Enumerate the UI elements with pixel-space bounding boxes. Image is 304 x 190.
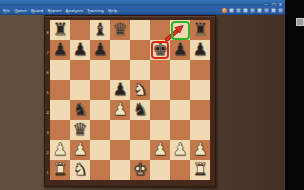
piece-black-pawn[interactable]: ♟ xyxy=(90,40,110,60)
square-d2[interactable] xyxy=(110,140,130,160)
rank-label-8: 8 xyxy=(45,20,50,40)
square-d3[interactable] xyxy=(110,120,130,140)
piece-black-rook[interactable]: ♜ xyxy=(50,20,70,40)
square-g8[interactable] xyxy=(170,20,190,40)
chess-board[interactable]: ♜♝♛♜♟♟♟♚♟♟♟♞♞♟♞♛♟♟♟♟♟♜♞♚♜ xyxy=(50,20,210,180)
piece-white-pawn[interactable]: ♟ xyxy=(70,140,90,160)
menu-help[interactable]: Help xyxy=(108,6,118,15)
square-a1[interactable]: ♜ xyxy=(50,160,70,180)
square-c3[interactable] xyxy=(90,120,110,140)
square-d4[interactable]: ♟ xyxy=(110,100,130,120)
toolbar-icon-8[interactable] xyxy=(278,8,283,13)
square-f8[interactable] xyxy=(150,20,170,40)
piece-white-pawn[interactable]: ♟ xyxy=(170,140,190,160)
square-a4[interactable] xyxy=(50,100,70,120)
toolbar-icon-6[interactable] xyxy=(264,8,269,13)
toolbar-app-logo[interactable] xyxy=(222,8,227,13)
square-e1[interactable]: ♚ xyxy=(130,160,150,180)
file-label-h: H xyxy=(190,180,210,187)
square-b5[interactable] xyxy=(70,80,90,100)
piece-white-rook[interactable]: ♜ xyxy=(190,160,210,180)
square-b4[interactable]: ♞ xyxy=(70,100,90,120)
square-h4[interactable] xyxy=(190,100,210,120)
square-f5[interactable] xyxy=(150,80,170,100)
square-e3[interactable] xyxy=(130,120,150,140)
file-label-d: D xyxy=(110,180,130,187)
piece-white-pawn[interactable]: ♟ xyxy=(110,100,130,120)
square-d7[interactable] xyxy=(110,40,130,60)
square-c7[interactable]: ♟ xyxy=(90,40,110,60)
square-h7[interactable]: ♟ xyxy=(190,40,210,60)
file-label-b: B xyxy=(70,180,90,187)
piece-white-king[interactable]: ♚ xyxy=(130,160,150,180)
close-button[interactable]: × xyxy=(279,2,282,5)
toolbar-icon-4[interactable] xyxy=(250,8,255,13)
toolbar-icon-2[interactable] xyxy=(236,8,241,13)
square-c2[interactable] xyxy=(90,140,110,160)
square-h8[interactable]: ♜ xyxy=(190,20,210,40)
piece-white-pawn[interactable]: ♟ xyxy=(150,140,170,160)
square-g4[interactable] xyxy=(170,100,190,120)
piece-black-pawn[interactable]: ♟ xyxy=(50,40,70,60)
square-a6[interactable] xyxy=(50,60,70,80)
menu-board[interactable]: Board xyxy=(31,6,43,15)
piece-black-king[interactable]: ♚ xyxy=(150,40,170,60)
square-h6[interactable] xyxy=(190,60,210,80)
square-f6[interactable] xyxy=(150,60,170,80)
menu-report[interactable]: Report xyxy=(47,6,61,15)
file-label-a: A xyxy=(50,180,70,187)
desktop-background xyxy=(285,0,304,190)
square-d8[interactable]: ♛ xyxy=(110,20,130,40)
square-d5[interactable]: ♟ xyxy=(110,80,130,100)
piece-black-knight[interactable]: ♞ xyxy=(70,100,90,120)
menu-bar: FileGameBoardReportAnalysisTrainingHelp xyxy=(0,6,285,15)
file-labels: ABCDEFGH xyxy=(50,180,210,187)
toolbar-icon-7[interactable] xyxy=(271,8,276,13)
piece-white-knight[interactable]: ♞ xyxy=(70,160,90,180)
piece-black-knight[interactable]: ♞ xyxy=(130,100,150,120)
piece-black-queen[interactable]: ♛ xyxy=(70,120,90,140)
square-b6[interactable] xyxy=(70,60,90,80)
piece-black-bishop[interactable]: ♝ xyxy=(90,20,110,40)
square-h1[interactable]: ♜ xyxy=(190,160,210,180)
rank-labels: 87654321 xyxy=(45,20,50,180)
square-f3[interactable] xyxy=(150,120,170,140)
piece-white-pawn[interactable]: ♟ xyxy=(50,140,70,160)
app-window: Chess King - Training CT-4 – □ × FileGam… xyxy=(0,0,285,190)
square-e4[interactable]: ♞ xyxy=(130,100,150,120)
maximize-button[interactable]: □ xyxy=(272,2,275,5)
square-d1[interactable] xyxy=(110,160,130,180)
background-window-fragment xyxy=(296,18,304,26)
toolbar-icon-5[interactable] xyxy=(257,8,262,13)
menu-file[interactable]: File xyxy=(3,6,10,15)
piece-white-pawn[interactable]: ♟ xyxy=(190,140,210,160)
rank-label-1: 1 xyxy=(45,160,50,180)
square-b8[interactable] xyxy=(70,20,90,40)
piece-black-pawn[interactable]: ♟ xyxy=(190,40,210,60)
square-b3[interactable]: ♛ xyxy=(70,120,90,140)
piece-white-rook[interactable]: ♜ xyxy=(50,160,70,180)
square-g3[interactable] xyxy=(170,120,190,140)
piece-white-knight[interactable]: ♞ xyxy=(130,80,150,100)
square-b2[interactable]: ♟ xyxy=(70,140,90,160)
chess-board-frame: ♜♝♛♜♟♟♟♚♟♟♟♞♞♟♞♛♟♟♟♟♟♜♞♚♜ 87654321 ABCDE… xyxy=(44,15,216,187)
square-c1[interactable] xyxy=(90,160,110,180)
square-e6[interactable] xyxy=(130,60,150,80)
square-g2[interactable]: ♟ xyxy=(170,140,190,160)
square-e5[interactable]: ♞ xyxy=(130,80,150,100)
file-label-f: F xyxy=(150,180,170,187)
file-label-c: C xyxy=(90,180,110,187)
square-e8[interactable] xyxy=(130,20,150,40)
square-h5[interactable] xyxy=(190,80,210,100)
square-b7[interactable]: ♟ xyxy=(70,40,90,60)
file-label-e: E xyxy=(130,180,150,187)
square-f2[interactable]: ♟ xyxy=(150,140,170,160)
menu-training[interactable]: Training xyxy=(87,6,104,15)
toolbar-icon-3[interactable] xyxy=(243,8,248,13)
square-c6[interactable] xyxy=(90,60,110,80)
piece-black-rook[interactable]: ♜ xyxy=(190,20,210,40)
piece-black-pawn[interactable]: ♟ xyxy=(110,80,130,100)
rank-label-3: 3 xyxy=(45,120,50,140)
square-h3[interactable] xyxy=(190,120,210,140)
square-f7[interactable]: ♚ xyxy=(150,40,170,60)
square-a5[interactable] xyxy=(50,80,70,100)
toolbar xyxy=(222,8,283,13)
file-label-g: G xyxy=(170,180,190,187)
square-c4[interactable] xyxy=(90,100,110,120)
rank-label-5: 5 xyxy=(45,80,50,100)
square-a7[interactable]: ♟ xyxy=(50,40,70,60)
square-a8[interactable]: ♜ xyxy=(50,20,70,40)
square-e2[interactable] xyxy=(130,140,150,160)
square-g1[interactable] xyxy=(170,160,190,180)
square-a2[interactable]: ♟ xyxy=(50,140,70,160)
square-d6[interactable] xyxy=(110,60,130,80)
piece-black-pawn[interactable]: ♟ xyxy=(170,40,190,60)
square-e7[interactable] xyxy=(130,40,150,60)
menu-game[interactable]: Game xyxy=(14,6,27,15)
piece-black-pawn[interactable]: ♟ xyxy=(70,40,90,60)
square-a3[interactable] xyxy=(50,120,70,140)
menu-analysis[interactable]: Analysis xyxy=(66,6,83,15)
minimize-button[interactable]: – xyxy=(265,2,268,5)
piece-black-queen[interactable]: ♛ xyxy=(110,20,130,40)
square-g6[interactable] xyxy=(170,60,190,80)
square-g7[interactable]: ♟ xyxy=(170,40,190,60)
square-f4[interactable] xyxy=(150,100,170,120)
content-area: ♜♝♛♜♟♟♟♚♟♟♟♞♞♟♞♛♟♟♟♟♟♜♞♚♜ 87654321 ABCDE… xyxy=(0,15,285,190)
rank-label-2: 2 xyxy=(45,140,50,160)
rank-label-7: 7 xyxy=(45,40,50,60)
square-g5[interactable] xyxy=(170,80,190,100)
toolbar-icon-1[interactable] xyxy=(229,8,234,13)
square-h2[interactable]: ♟ xyxy=(190,140,210,160)
square-c5[interactable] xyxy=(90,80,110,100)
rank-label-6: 6 xyxy=(45,60,50,80)
square-c8[interactable]: ♝ xyxy=(90,20,110,40)
square-f1[interactable] xyxy=(150,160,170,180)
square-b1[interactable]: ♞ xyxy=(70,160,90,180)
rank-label-4: 4 xyxy=(45,100,50,120)
